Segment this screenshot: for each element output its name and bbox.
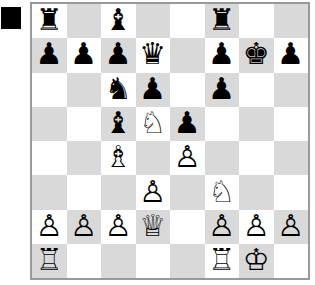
white-rook-piece: ♖	[36, 244, 63, 277]
square-h5[interactable]	[274, 107, 309, 141]
black-pawn-piece: ♟	[105, 38, 132, 71]
square-h7[interactable]: ♟	[274, 38, 309, 72]
black-pawn-piece: ♟	[70, 38, 97, 71]
square-h6[interactable]	[274, 73, 309, 107]
black-pawn-piece: ♟	[174, 107, 201, 140]
square-g2[interactable]: ♙	[239, 210, 274, 244]
square-b5[interactable]	[67, 107, 102, 141]
black-king-piece: ♚	[243, 38, 270, 71]
white-knight-piece: ♘	[139, 107, 166, 140]
square-e6[interactable]	[170, 73, 205, 107]
square-c2[interactable]: ♙	[101, 210, 136, 244]
white-pawn-piece: ♙	[208, 210, 235, 243]
square-b8[interactable]	[67, 4, 102, 38]
square-a8[interactable]: ♜	[32, 4, 67, 38]
square-h3[interactable]	[274, 175, 309, 209]
square-a6[interactable]	[32, 73, 67, 107]
square-h2[interactable]: ♙	[274, 210, 309, 244]
square-h1[interactable]	[274, 244, 309, 278]
square-d1[interactable]	[136, 244, 171, 278]
square-a2[interactable]: ♙	[32, 210, 67, 244]
square-d5[interactable]: ♘	[136, 107, 171, 141]
black-knight-piece: ♞	[105, 73, 132, 106]
square-f5[interactable]	[205, 107, 240, 141]
square-a5[interactable]	[32, 107, 67, 141]
white-pawn-piece: ♙	[70, 210, 97, 243]
black-pawn-piece: ♟	[208, 38, 235, 71]
square-f6[interactable]: ♟	[205, 73, 240, 107]
square-d3[interactable]: ♙	[136, 175, 171, 209]
square-a4[interactable]	[32, 141, 67, 175]
square-a3[interactable]	[32, 175, 67, 209]
square-h4[interactable]	[274, 141, 309, 175]
square-b3[interactable]	[67, 175, 102, 209]
square-b7[interactable]: ♟	[67, 38, 102, 72]
square-e7[interactable]	[170, 38, 205, 72]
square-g6[interactable]	[239, 73, 274, 107]
white-pawn-piece: ♙	[139, 175, 166, 208]
black-rook-piece: ♜	[208, 4, 235, 37]
square-d2[interactable]: ♕	[136, 210, 171, 244]
square-g7[interactable]: ♚	[239, 38, 274, 72]
square-d6[interactable]: ♟	[136, 73, 171, 107]
white-pawn-piece: ♙	[36, 210, 63, 243]
white-queen-piece: ♕	[139, 210, 166, 243]
chess-board: ♜♝♜♟♟♟♛♟♚♟♞♟♟♝♘♟♗♙♙♘♙♙♙♕♙♙♙♖♖♔	[30, 2, 310, 280]
square-b6[interactable]	[67, 73, 102, 107]
square-a1[interactable]: ♖	[32, 244, 67, 278]
square-c5[interactable]: ♝	[101, 107, 136, 141]
square-a7[interactable]: ♟	[32, 38, 67, 72]
square-h8[interactable]	[274, 4, 309, 38]
square-c1[interactable]	[101, 244, 136, 278]
black-pawn-piece: ♟	[208, 73, 235, 106]
black-queen-piece: ♛	[139, 38, 166, 71]
white-bishop-piece: ♗	[105, 141, 132, 174]
black-pawn-piece: ♟	[139, 73, 166, 106]
square-d4[interactable]	[136, 141, 171, 175]
square-f1[interactable]: ♖	[205, 244, 240, 278]
white-king-piece: ♔	[243, 244, 270, 277]
white-rook-piece: ♖	[208, 244, 235, 277]
black-pawn-piece: ♟	[277, 38, 304, 71]
square-c4[interactable]: ♗	[101, 141, 136, 175]
square-f7[interactable]: ♟	[205, 38, 240, 72]
white-pawn-piece: ♙	[243, 210, 270, 243]
white-pawn-piece: ♙	[174, 141, 201, 174]
square-g1[interactable]: ♔	[239, 244, 274, 278]
black-pawn-piece: ♟	[36, 38, 63, 71]
square-e5[interactable]: ♟	[170, 107, 205, 141]
square-c6[interactable]: ♞	[101, 73, 136, 107]
black-bishop-piece: ♝	[105, 4, 132, 37]
square-b2[interactable]: ♙	[67, 210, 102, 244]
black-rook-piece: ♜	[36, 4, 63, 37]
square-g4[interactable]	[239, 141, 274, 175]
square-e4[interactable]: ♙	[170, 141, 205, 175]
square-c7[interactable]: ♟	[101, 38, 136, 72]
square-e2[interactable]	[170, 210, 205, 244]
square-e1[interactable]	[170, 244, 205, 278]
square-b1[interactable]	[67, 244, 102, 278]
square-e3[interactable]	[170, 175, 205, 209]
square-g8[interactable]	[239, 4, 274, 38]
square-d8[interactable]	[136, 4, 171, 38]
square-b4[interactable]	[67, 141, 102, 175]
square-f2[interactable]: ♙	[205, 210, 240, 244]
square-g3[interactable]	[239, 175, 274, 209]
square-f3[interactable]: ♘	[205, 175, 240, 209]
side-to-move-indicator	[1, 7, 21, 29]
white-knight-piece: ♘	[208, 175, 235, 208]
square-c8[interactable]: ♝	[101, 4, 136, 38]
chess-diagram: ♜♝♜♟♟♟♛♟♚♟♞♟♟♝♘♟♗♙♙♘♙♙♙♕♙♙♙♖♖♔	[0, 0, 315, 285]
square-g5[interactable]	[239, 107, 274, 141]
square-e8[interactable]	[170, 4, 205, 38]
square-f8[interactable]: ♜	[205, 4, 240, 38]
square-d7[interactable]: ♛	[136, 38, 171, 72]
white-pawn-piece: ♙	[105, 210, 132, 243]
white-pawn-piece: ♙	[277, 210, 304, 243]
square-f4[interactable]	[205, 141, 240, 175]
square-c3[interactable]	[101, 175, 136, 209]
black-bishop-piece: ♝	[105, 107, 132, 140]
